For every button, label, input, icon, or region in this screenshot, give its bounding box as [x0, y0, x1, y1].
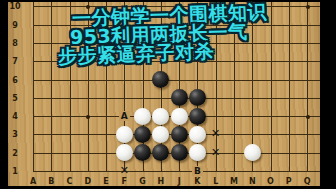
- grid-line-v: [289, 2, 290, 172]
- row-label: 3: [8, 130, 22, 139]
- grid-line-v: [307, 2, 308, 172]
- white-stone[interactable]: [171, 108, 188, 125]
- white-stone[interactable]: [116, 144, 133, 161]
- star-point: [306, 115, 310, 119]
- row-label: 5: [8, 94, 22, 103]
- col-label: A: [27, 177, 39, 186]
- col-label: F: [118, 177, 130, 186]
- row-label: 7: [8, 57, 22, 66]
- col-label: G: [137, 177, 149, 186]
- point-label-a: A: [119, 111, 130, 121]
- black-stone[interactable]: [189, 89, 206, 106]
- caption-line-3: 步步紧逼弃子对杀: [58, 42, 215, 66]
- row-label: 8: [8, 39, 22, 48]
- x-mark: ✕: [118, 165, 130, 177]
- col-label: H: [155, 177, 167, 186]
- black-stone[interactable]: [171, 89, 188, 106]
- grid-line-v: [33, 2, 34, 172]
- grid-line-v: [51, 2, 52, 172]
- video-frame: 12345678910ABCDEFGHJKLMNOPQ✕✕✕AB 一分钟学一个围…: [0, 0, 336, 189]
- white-stone[interactable]: [116, 126, 133, 143]
- white-stone[interactable]: [189, 126, 206, 143]
- grid-line-h: [33, 80, 320, 81]
- row-label: 4: [8, 112, 22, 121]
- row-label: 2: [8, 149, 22, 158]
- grid-line-h: [33, 171, 320, 172]
- white-stone[interactable]: [152, 108, 169, 125]
- col-label: P: [283, 177, 295, 186]
- col-label: N: [246, 177, 258, 186]
- black-stone[interactable]: [134, 126, 151, 143]
- col-label: L: [210, 177, 222, 186]
- col-label: E: [100, 177, 112, 186]
- black-stone[interactable]: [134, 144, 151, 161]
- star-point: [306, 5, 310, 9]
- white-stone[interactable]: [244, 144, 261, 161]
- row-label: 1: [8, 167, 22, 176]
- row-label: 6: [8, 76, 22, 85]
- x-mark: ✕: [210, 147, 222, 159]
- white-stone[interactable]: [189, 144, 206, 161]
- black-stone[interactable]: [171, 144, 188, 161]
- point-label-b: B: [192, 166, 203, 176]
- white-stone[interactable]: [134, 108, 151, 125]
- x-mark: ✕: [210, 128, 222, 140]
- col-label: D: [82, 177, 94, 186]
- col-label: J: [173, 177, 185, 186]
- grid-line-v: [271, 2, 272, 172]
- black-stone[interactable]: [152, 144, 169, 161]
- black-stone[interactable]: [189, 108, 206, 125]
- row-label: 9: [8, 21, 22, 30]
- black-stone[interactable]: [171, 126, 188, 143]
- star-point: [86, 115, 90, 119]
- col-label: O: [265, 177, 277, 186]
- white-stone[interactable]: [152, 126, 169, 143]
- col-label: C: [64, 177, 76, 186]
- col-label: K: [191, 177, 203, 186]
- black-stone[interactable]: [152, 71, 169, 88]
- col-label: M: [228, 177, 240, 186]
- col-label: Q: [301, 177, 313, 186]
- col-label: B: [45, 177, 57, 186]
- row-label: 10: [8, 2, 22, 11]
